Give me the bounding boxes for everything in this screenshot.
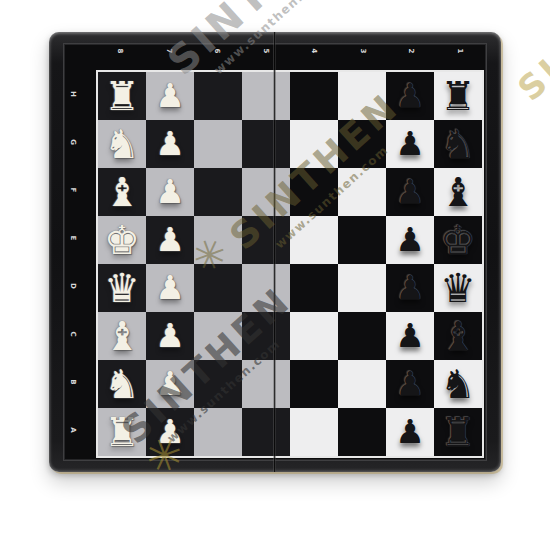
piece-white-knight: ♞ <box>104 120 140 168</box>
square-C3 <box>338 312 386 360</box>
square-F7: ♟ <box>146 168 194 216</box>
piece-black-knight: ♞ <box>440 360 476 408</box>
square-F1: ♝ <box>434 168 482 216</box>
square-C2: ♟ <box>386 312 434 360</box>
square-E1: ♚ <box>434 216 482 264</box>
square-A3 <box>338 408 386 456</box>
square-H4 <box>290 72 338 120</box>
square-B5 <box>242 360 290 408</box>
square-C5 <box>242 312 290 360</box>
piece-white-rook: ♜ <box>104 408 140 456</box>
piece-white-pawn: ♟ <box>155 168 185 216</box>
chess-board: 87654321 87654321 HGFEDCBA HGFEDCBA ♜♟♟♜… <box>49 32 501 472</box>
piece-black-queen: ♛ <box>440 264 476 312</box>
square-D2: ♟ <box>386 264 434 312</box>
piece-white-bishop: ♝ <box>104 168 140 216</box>
piece-black-pawn: ♟ <box>395 408 425 456</box>
square-E7: ♟ <box>146 216 194 264</box>
square-F2: ♟ <box>386 168 434 216</box>
piece-black-pawn: ♟ <box>395 216 425 264</box>
square-G5 <box>242 120 290 168</box>
watermark-brand-text: SINTHEN <box>510 0 550 109</box>
square-E5 <box>242 216 290 264</box>
file-labels-left: HGFEDCBA <box>66 70 79 454</box>
piece-black-bishop: ♝ <box>440 312 476 360</box>
piece-black-pawn: ♟ <box>395 72 425 120</box>
square-B1: ♞ <box>434 360 482 408</box>
square-B3 <box>338 360 386 408</box>
piece-white-pawn: ♟ <box>155 312 185 360</box>
square-G3 <box>338 120 386 168</box>
piece-white-queen: ♛ <box>104 264 140 312</box>
square-H7: ♟ <box>146 72 194 120</box>
piece-black-pawn: ♟ <box>395 264 425 312</box>
square-H5 <box>242 72 290 120</box>
square-D3 <box>338 264 386 312</box>
piece-black-pawn: ♟ <box>395 360 425 408</box>
piece-white-pawn: ♟ <box>155 120 185 168</box>
square-F4 <box>290 168 338 216</box>
square-A2: ♟ <box>386 408 434 456</box>
square-C8: ♝ <box>98 312 146 360</box>
square-D4 <box>290 264 338 312</box>
square-C7: ♟ <box>146 312 194 360</box>
piece-black-pawn: ♟ <box>395 120 425 168</box>
square-H8: ♜ <box>98 72 146 120</box>
piece-white-pawn: ♟ <box>155 264 185 312</box>
watermark-top-right: SINTHEN <box>510 0 550 109</box>
square-G8: ♞ <box>98 120 146 168</box>
square-B2: ♟ <box>386 360 434 408</box>
square-G6 <box>194 120 242 168</box>
product-photo: 87654321 87654321 HGFEDCBA HGFEDCBA ♜♟♟♜… <box>0 0 550 550</box>
rank-labels-top: 87654321 <box>96 45 484 57</box>
piece-black-knight: ♞ <box>440 120 476 168</box>
square-G7: ♟ <box>146 120 194 168</box>
square-D5 <box>242 264 290 312</box>
square-B8: ♞ <box>98 360 146 408</box>
square-H3 <box>338 72 386 120</box>
square-G1: ♞ <box>434 120 482 168</box>
square-A8: ♜ <box>98 408 146 456</box>
piece-black-pawn: ♟ <box>395 312 425 360</box>
square-D1: ♛ <box>434 264 482 312</box>
square-E3 <box>338 216 386 264</box>
square-E8: ♚ <box>98 216 146 264</box>
square-D8: ♛ <box>98 264 146 312</box>
square-C6 <box>194 312 242 360</box>
board-fold-hinge-line <box>273 32 276 472</box>
square-E4 <box>290 216 338 264</box>
square-D6 <box>194 264 242 312</box>
square-F3 <box>338 168 386 216</box>
piece-white-pawn: ♟ <box>155 72 185 120</box>
board-grid: ♜♟♟♜♞♟♟♞♝♟♟♝♚♟♟♚♛♟♟♛♝♟♟♝♞♟♟♞♜♟♟♜ <box>96 70 484 458</box>
square-A5 <box>242 408 290 456</box>
piece-black-rook: ♜ <box>440 408 476 456</box>
piece-black-rook: ♜ <box>440 72 476 120</box>
square-F8: ♝ <box>98 168 146 216</box>
square-H2: ♟ <box>386 72 434 120</box>
square-A6 <box>194 408 242 456</box>
piece-white-rook: ♜ <box>104 72 140 120</box>
square-H6 <box>194 72 242 120</box>
square-G4 <box>290 120 338 168</box>
piece-white-pawn: ♟ <box>155 360 185 408</box>
square-H1: ♜ <box>434 72 482 120</box>
piece-white-king: ♚ <box>104 216 140 264</box>
piece-black-bishop: ♝ <box>440 168 476 216</box>
square-F6 <box>194 168 242 216</box>
piece-white-bishop: ♝ <box>104 312 140 360</box>
square-B6 <box>194 360 242 408</box>
square-D7: ♟ <box>146 264 194 312</box>
square-E6 <box>194 216 242 264</box>
piece-white-pawn: ♟ <box>155 216 185 264</box>
piece-black-king: ♚ <box>440 216 476 264</box>
square-A7: ♟ <box>146 408 194 456</box>
square-G2: ♟ <box>386 120 434 168</box>
piece-white-pawn: ♟ <box>155 408 185 456</box>
piece-black-pawn: ♟ <box>395 168 425 216</box>
square-E2: ♟ <box>386 216 434 264</box>
square-B7: ♟ <box>146 360 194 408</box>
square-A1: ♜ <box>434 408 482 456</box>
square-B4 <box>290 360 338 408</box>
square-A4 <box>290 408 338 456</box>
square-F5 <box>242 168 290 216</box>
square-C1: ♝ <box>434 312 482 360</box>
square-C4 <box>290 312 338 360</box>
piece-white-knight: ♞ <box>104 360 140 408</box>
